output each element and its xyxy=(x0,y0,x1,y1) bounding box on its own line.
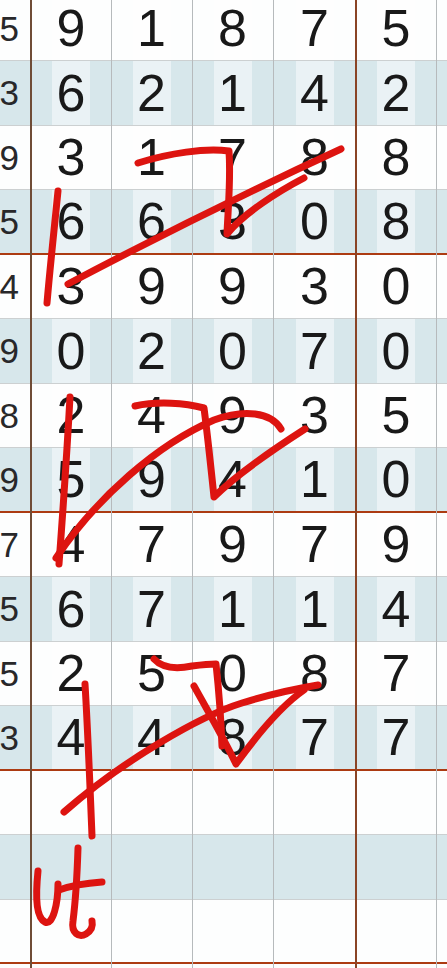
digit: 5 xyxy=(137,647,166,699)
digit-cell-r13c2 xyxy=(111,771,192,835)
digit-cell-r2c4: 4 xyxy=(273,61,356,125)
digit: 6 xyxy=(57,583,86,635)
digit: 9 xyxy=(57,2,86,54)
digit-cell-r6c5: 0 xyxy=(356,319,436,383)
row-label: 4 xyxy=(0,255,31,319)
digit-cell-r7c1: 2 xyxy=(31,384,111,448)
row-label xyxy=(0,835,31,899)
grid-row-3: 931788 xyxy=(0,126,447,191)
digit-cell-r3c1: 3 xyxy=(31,126,111,190)
row-label: 9 xyxy=(0,126,31,190)
digit-cell-r2c5: 2 xyxy=(356,61,436,125)
digit-cell-r13c3 xyxy=(192,771,273,835)
digit: 3 xyxy=(57,131,86,183)
digit-cell-r10c2: 7 xyxy=(111,577,192,641)
digit-cell-r1c1: 9 xyxy=(31,0,111,60)
cutoff-column-sliver xyxy=(436,384,447,448)
digit-cell-r7c3: 9 xyxy=(192,384,273,448)
digit: 4 xyxy=(57,711,86,763)
digit-cell-r4c1: 6 xyxy=(31,190,111,253)
digit-cell-r15c1 xyxy=(31,900,111,963)
digit: 4 xyxy=(137,389,166,441)
digit: 8 xyxy=(218,711,247,763)
digit-cell-r5c5: 0 xyxy=(356,255,436,319)
digit-cell-r2c3: 1 xyxy=(192,61,273,125)
digit: 1 xyxy=(300,453,329,505)
digit: 3 xyxy=(218,195,247,247)
digit-cell-r10c1: 6 xyxy=(31,577,111,641)
grid-row-5: 439930 xyxy=(0,255,447,320)
digit: 8 xyxy=(382,195,411,247)
number-grid: 5918753621429317885663084399309020708249… xyxy=(0,0,447,964)
digit: 4 xyxy=(57,518,86,570)
digit-cell-r10c5: 4 xyxy=(356,577,436,641)
row-label: 9 xyxy=(0,319,31,383)
digit-cell-r4c3: 3 xyxy=(192,190,273,253)
digit-cell-r12c4: 7 xyxy=(273,706,356,769)
digit-cell-r12c5: 7 xyxy=(356,706,436,769)
digit: 7 xyxy=(300,518,329,570)
digit: 8 xyxy=(218,2,247,54)
digit-cell-r13c1 xyxy=(31,771,111,835)
digit-cell-r1c5: 5 xyxy=(356,0,436,60)
digit-cell-r5c3: 9 xyxy=(192,255,273,319)
digit-cell-r8c4: 1 xyxy=(273,448,356,511)
digit-cell-r3c2: 1 xyxy=(111,126,192,190)
digit-cell-r6c2: 2 xyxy=(111,319,192,383)
digit: 0 xyxy=(382,453,411,505)
grid-row-15 xyxy=(0,900,447,965)
digit: 0 xyxy=(300,195,329,247)
digit-cell-r12c1: 4 xyxy=(31,706,111,769)
digit: 4 xyxy=(218,453,247,505)
digit-cell-r5c2: 9 xyxy=(111,255,192,319)
digit: 2 xyxy=(382,67,411,119)
digit: 0 xyxy=(57,325,86,377)
grid-row-13 xyxy=(0,771,447,836)
digit-cell-r14c1 xyxy=(31,835,111,899)
grid-row-1: 591875 xyxy=(0,0,447,61)
digit: 3 xyxy=(300,389,329,441)
row-label: 9 xyxy=(0,448,31,511)
digit-cell-r11c1: 2 xyxy=(31,642,111,706)
digit-cell-r6c4: 7 xyxy=(273,319,356,383)
digit-cell-r9c3: 9 xyxy=(192,513,273,577)
cutoff-column-sliver xyxy=(436,448,447,511)
digit-cell-r11c2: 5 xyxy=(111,642,192,706)
digit: 9 xyxy=(137,260,166,312)
grid-row-11: 525087 xyxy=(0,642,447,707)
vertical-rule-gray-1 xyxy=(111,0,112,968)
digit: 1 xyxy=(137,131,166,183)
digit: 8 xyxy=(300,131,329,183)
digit: 7 xyxy=(300,2,329,54)
digit-cell-r8c3: 4 xyxy=(192,448,273,511)
cutoff-column-sliver xyxy=(436,61,447,125)
digit-cell-r9c5: 9 xyxy=(356,513,436,577)
digit: 2 xyxy=(57,647,86,699)
row-label: 5 xyxy=(0,642,31,706)
digit: 1 xyxy=(300,583,329,635)
row-label: 5 xyxy=(0,190,31,253)
cutoff-column-sliver xyxy=(436,642,447,706)
digit-cell-r15c5 xyxy=(356,900,436,963)
digit: 6 xyxy=(57,67,86,119)
digit-cell-r1c3: 8 xyxy=(192,0,273,60)
digit: 7 xyxy=(300,711,329,763)
digit-cell-r5c1: 3 xyxy=(31,255,111,319)
grid-row-2: 362142 xyxy=(0,61,447,126)
grid-row-6: 902070 xyxy=(0,319,447,384)
digit: 9 xyxy=(218,260,247,312)
cutoff-column-sliver xyxy=(436,319,447,383)
digit-cell-r2c2: 2 xyxy=(111,61,192,125)
digit-cell-r11c4: 8 xyxy=(273,642,356,706)
row-label: 3 xyxy=(0,706,31,769)
vertical-rule-gray-3 xyxy=(273,0,274,968)
digit: 7 xyxy=(137,583,166,635)
row-label: 5 xyxy=(0,577,31,641)
vertical-rule-brown-left xyxy=(30,0,32,968)
digit-cell-r13c4 xyxy=(273,771,356,835)
cutoff-column-sliver xyxy=(436,900,447,963)
row-label: 3 xyxy=(0,61,31,125)
digit-cell-r14c4 xyxy=(273,835,356,899)
digit-cell-r6c1: 0 xyxy=(31,319,111,383)
digit: 2 xyxy=(57,389,86,441)
digit-cell-r10c4: 1 xyxy=(273,577,356,641)
digit: 4 xyxy=(382,583,411,635)
grid-row-4: 566308 xyxy=(0,190,447,255)
digit-cell-r5c4: 3 xyxy=(273,255,356,319)
cutoff-column-sliver xyxy=(436,577,447,641)
digit: 9 xyxy=(218,389,247,441)
digit-cell-r8c1: 5 xyxy=(31,448,111,511)
digit-cell-r14c2 xyxy=(111,835,192,899)
digit-cell-r4c2: 6 xyxy=(111,190,192,253)
row-label xyxy=(0,900,31,963)
digit-cell-r4c4: 0 xyxy=(273,190,356,253)
row-label: 8 xyxy=(0,384,31,448)
digit-cell-r3c5: 8 xyxy=(356,126,436,190)
digit: 5 xyxy=(57,453,86,505)
digit: 0 xyxy=(382,260,411,312)
vertical-rule-brown-right xyxy=(355,0,357,968)
digit-cell-r2c1: 6 xyxy=(31,61,111,125)
cutoff-column-sliver xyxy=(436,706,447,769)
digit-cell-r3c4: 8 xyxy=(273,126,356,190)
digit-cell-r15c3 xyxy=(192,900,273,963)
row-label: 7 xyxy=(0,513,31,577)
digit: 1 xyxy=(137,2,166,54)
cutoff-column-sliver xyxy=(436,255,447,319)
cutoff-column-sliver xyxy=(436,771,447,835)
cutoff-column-sliver xyxy=(436,190,447,253)
digit-cell-r13c5 xyxy=(356,771,436,835)
digit-cell-r11c5: 7 xyxy=(356,642,436,706)
row-label xyxy=(0,771,31,835)
digit: 8 xyxy=(300,647,329,699)
digit: 0 xyxy=(218,325,247,377)
digit-cell-r14c5 xyxy=(356,835,436,899)
digit-cell-r9c2: 7 xyxy=(111,513,192,577)
grid-row-7: 824935 xyxy=(0,384,447,449)
digit-cell-r8c2: 9 xyxy=(111,448,192,511)
digit-cell-r9c1: 4 xyxy=(31,513,111,577)
lottery-digit-chart: 5918753621429317885663084399309020708249… xyxy=(0,0,447,968)
digit-cell-r7c4: 3 xyxy=(273,384,356,448)
digit-cell-r7c2: 4 xyxy=(111,384,192,448)
digit: 0 xyxy=(218,647,247,699)
digit: 4 xyxy=(300,67,329,119)
digit: 0 xyxy=(382,325,411,377)
digit-cell-r9c4: 7 xyxy=(273,513,356,577)
digit-cell-r3c3: 7 xyxy=(192,126,273,190)
digit: 7 xyxy=(382,647,411,699)
digit: 7 xyxy=(137,518,166,570)
digit-cell-r6c3: 0 xyxy=(192,319,273,383)
digit: 4 xyxy=(137,711,166,763)
digit: 8 xyxy=(382,131,411,183)
digit: 3 xyxy=(57,260,86,312)
grid-row-9: 747979 xyxy=(0,513,447,578)
grid-row-8: 959410 xyxy=(0,448,447,513)
digit: 1 xyxy=(218,67,247,119)
digit: 9 xyxy=(382,518,411,570)
digit: 5 xyxy=(382,2,411,54)
digit: 7 xyxy=(218,131,247,183)
digit: 2 xyxy=(137,325,166,377)
digit: 2 xyxy=(137,67,166,119)
digit-cell-r4c5: 8 xyxy=(356,190,436,253)
digit: 6 xyxy=(137,195,166,247)
digit-cell-r1c2: 1 xyxy=(111,0,192,60)
vertical-rule-gray-edge xyxy=(436,0,437,968)
digit: 9 xyxy=(218,518,247,570)
cutoff-column-sliver xyxy=(436,835,447,899)
digit-cell-r7c5: 5 xyxy=(356,384,436,448)
digit-cell-r10c3: 1 xyxy=(192,577,273,641)
digit: 6 xyxy=(57,195,86,247)
row-label: 5 xyxy=(0,0,31,60)
digit-cell-r8c5: 0 xyxy=(356,448,436,511)
digit-cell-r1c4: 7 xyxy=(273,0,356,60)
digit-cell-r14c3 xyxy=(192,835,273,899)
digit-cell-r15c2 xyxy=(111,900,192,963)
digit: 5 xyxy=(382,389,411,441)
grid-row-12: 344877 xyxy=(0,706,447,771)
grid-row-14 xyxy=(0,835,447,900)
digit-cell-r12c3: 8 xyxy=(192,706,273,769)
cutoff-column-sliver xyxy=(436,126,447,190)
grid-row-10: 567114 xyxy=(0,577,447,642)
cutoff-column-sliver xyxy=(436,0,447,60)
digit: 3 xyxy=(300,260,329,312)
digit-cell-r11c3: 0 xyxy=(192,642,273,706)
digit-cell-r12c2: 4 xyxy=(111,706,192,769)
vertical-rule-gray-2 xyxy=(192,0,193,968)
digit-cell-r15c4 xyxy=(273,900,356,963)
digit: 7 xyxy=(382,711,411,763)
digit: 7 xyxy=(300,325,329,377)
digit: 1 xyxy=(218,583,247,635)
cutoff-column-sliver xyxy=(436,513,447,577)
digit: 9 xyxy=(137,453,166,505)
